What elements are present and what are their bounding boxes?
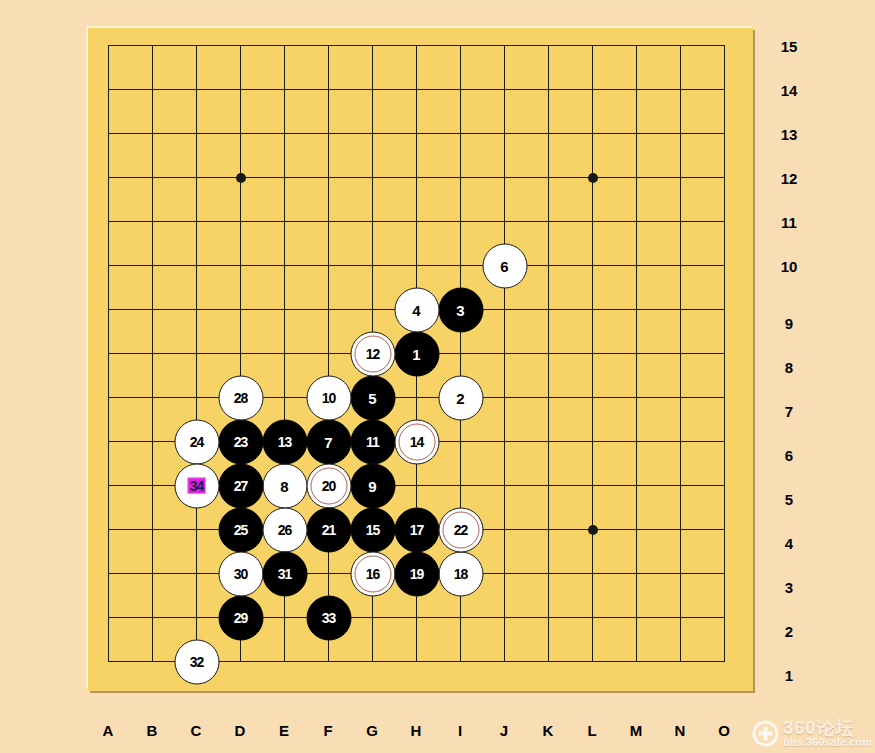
stone-white-10: 10: [306, 375, 351, 420]
row-label-8: 8: [785, 359, 793, 376]
move-number: 10: [322, 391, 336, 405]
column-label-D: D: [235, 722, 246, 739]
stone-black-9: 9: [350, 463, 395, 508]
row-label-15: 15: [781, 38, 798, 55]
gomoku-diagram-page: 1234567891011121314151617181920212223242…: [0, 0, 875, 753]
stone-black-31: 31: [262, 551, 307, 596]
plus-badge-icon: [752, 720, 779, 747]
stone-white-24: 24: [174, 419, 219, 464]
grid-line-vertical: [680, 45, 681, 662]
row-label-4: 4: [785, 535, 793, 552]
move-number: 19: [410, 567, 424, 581]
move-number: 30: [234, 567, 248, 581]
stone-white-4: 4: [394, 287, 439, 332]
row-label-12: 12: [781, 170, 798, 187]
stone-black-23: 23: [218, 419, 263, 464]
move-number: 32: [190, 655, 204, 669]
column-label-E: E: [279, 722, 289, 739]
row-label-6: 6: [785, 447, 793, 464]
move-number: 27: [234, 479, 248, 493]
stone-black-7: 7: [306, 419, 351, 464]
move-number: 4: [412, 302, 420, 317]
grid-line-vertical: [504, 45, 505, 662]
stone-black-17: 17: [394, 507, 439, 552]
grid-line-vertical: [724, 45, 725, 662]
move-number: 24: [190, 435, 204, 449]
star-point: [588, 173, 598, 183]
move-number: 6: [500, 258, 508, 273]
column-label-B: B: [147, 722, 158, 739]
move-number: 29: [234, 611, 248, 625]
column-label-M: M: [630, 722, 643, 739]
stone-black-27: 27: [218, 463, 263, 508]
column-label-N: N: [675, 722, 686, 739]
column-label-J: J: [500, 722, 508, 739]
row-label-13: 13: [781, 126, 798, 143]
stone-black-25: 25: [218, 507, 263, 552]
stone-black-3: 3: [438, 287, 483, 332]
row-label-5: 5: [785, 491, 793, 508]
stone-white-26: 26: [262, 507, 307, 552]
move-number: 22: [454, 523, 468, 537]
stone-black-29: 29: [218, 595, 263, 640]
column-label-O: O: [718, 722, 730, 739]
move-number: 17: [410, 523, 424, 537]
row-label-1: 1: [785, 667, 793, 684]
move-number: 11: [366, 435, 379, 449]
watermark: 360论坛 bbs.360safe.com: [752, 719, 872, 749]
stone-white-8: 8: [262, 463, 307, 508]
column-label-L: L: [587, 722, 596, 739]
move-number: 20: [322, 479, 336, 493]
move-number: 8: [280, 478, 288, 493]
star-point: [236, 173, 246, 183]
stone-white-2: 2: [438, 375, 483, 420]
grid-line-horizontal: [108, 617, 725, 618]
row-label-2: 2: [785, 623, 793, 640]
move-number: 9: [368, 478, 376, 493]
move-number: 12: [366, 347, 380, 361]
column-label-A: A: [103, 722, 114, 739]
watermark-brand: 360论坛: [783, 719, 872, 738]
column-label-I: I: [458, 722, 462, 739]
stone-white-16: 16: [350, 551, 395, 596]
column-label-H: H: [411, 722, 422, 739]
stone-black-33: 33: [306, 595, 351, 640]
stone-white-18: 18: [438, 551, 483, 596]
stone-white-20: 20: [306, 463, 351, 508]
column-label-K: K: [543, 722, 554, 739]
row-label-3: 3: [785, 579, 793, 596]
stone-white-30: 30: [218, 551, 263, 596]
move-number: 31: [278, 567, 292, 581]
row-label-14: 14: [781, 82, 798, 99]
grid-line-horizontal: [108, 397, 725, 398]
row-label-7: 7: [785, 403, 793, 420]
stone-white-28: 28: [218, 375, 263, 420]
move-number: 26: [278, 523, 292, 537]
stone-white-32: 32: [174, 639, 219, 684]
grid-line-vertical: [548, 45, 549, 662]
goban-board[interactable]: 1234567891011121314151617181920212223242…: [88, 28, 753, 691]
stone-white-6: 6: [482, 243, 527, 288]
stone-black-15: 15: [350, 507, 395, 552]
move-number: 7: [324, 434, 332, 449]
move-number: 5: [368, 390, 376, 405]
move-number: 2: [456, 390, 464, 405]
stone-white-12: 12: [350, 331, 395, 376]
stone-black-5: 5: [350, 375, 395, 420]
last-move-number-highlight: 34: [188, 478, 206, 494]
grid-line-vertical: [636, 45, 637, 662]
stone-white-14: 14: [394, 419, 439, 464]
row-label-11: 11: [781, 214, 797, 231]
move-number: 16: [366, 567, 380, 581]
column-label-G: G: [366, 722, 378, 739]
move-number: 28: [234, 391, 248, 405]
stone-black-11: 11: [350, 419, 395, 464]
move-number: 18: [454, 567, 468, 581]
stone-black-1: 1: [394, 331, 439, 376]
move-number: 33: [322, 611, 336, 625]
watermark-url: bbs.360safe.com: [783, 737, 872, 749]
move-number: 3: [456, 302, 464, 317]
star-point: [588, 525, 598, 535]
move-number: 25: [234, 523, 248, 537]
stone-black-21: 21: [306, 507, 351, 552]
grid-line-vertical: [592, 45, 593, 662]
move-number: 15: [366, 523, 380, 537]
move-number: 21: [322, 523, 336, 537]
stone-black-13: 13: [262, 419, 307, 464]
stone-white-34: 34: [174, 463, 219, 508]
stone-black-19: 19: [394, 551, 439, 596]
column-label-F: F: [323, 722, 332, 739]
move-number: 1: [412, 346, 420, 361]
stone-white-22: 22: [438, 507, 483, 552]
move-number: 13: [278, 435, 292, 449]
move-number: 23: [234, 435, 248, 449]
row-label-9: 9: [785, 315, 793, 332]
row-label-10: 10: [781, 258, 798, 275]
column-label-C: C: [191, 722, 202, 739]
move-number: 14: [410, 435, 424, 449]
